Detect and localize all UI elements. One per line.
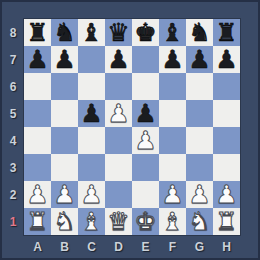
file-label-c: C bbox=[78, 236, 105, 258]
piece-white-pawn[interactable]: ♟ bbox=[53, 181, 75, 208]
square-g7[interactable]: ♟ bbox=[186, 46, 213, 73]
square-h8[interactable]: ♜ bbox=[213, 19, 240, 46]
square-d2[interactable] bbox=[105, 181, 132, 208]
square-b2[interactable]: ♟ bbox=[51, 181, 78, 208]
piece-white-pawn[interactable]: ♟ bbox=[134, 127, 156, 154]
file-label-a: A bbox=[24, 236, 51, 258]
square-a6[interactable] bbox=[24, 73, 51, 100]
chess-board: ♜♞♝♛♚♝♞♜♟♟♟♟♟♟♟♟♟♟♟♟♟♟♟♟♜♞♝♛♚♝♞♜ bbox=[24, 19, 240, 235]
piece-black-king[interactable]: ♚ bbox=[134, 19, 156, 46]
square-c3[interactable] bbox=[78, 154, 105, 181]
square-f7[interactable]: ♟ bbox=[159, 46, 186, 73]
piece-black-rook[interactable]: ♜ bbox=[26, 19, 48, 46]
piece-black-pawn[interactable]: ♟ bbox=[26, 46, 48, 73]
square-h7[interactable]: ♟ bbox=[213, 46, 240, 73]
piece-black-knight[interactable]: ♞ bbox=[53, 19, 75, 46]
piece-white-knight[interactable]: ♞ bbox=[188, 208, 210, 235]
square-g6[interactable] bbox=[186, 73, 213, 100]
rank-label-3: 3 bbox=[2, 154, 24, 181]
rank-label-1: 1 bbox=[2, 208, 24, 235]
file-labels: ABCDEFGH bbox=[24, 236, 240, 258]
square-c8[interactable]: ♝ bbox=[78, 19, 105, 46]
chess-board-frame: 87654321 ♜♞♝♛♚♝♞♜♟♟♟♟♟♟♟♟♟♟♟♟♟♟♟♟♜♞♝♛♚♝♞… bbox=[0, 0, 260, 260]
square-c6[interactable] bbox=[78, 73, 105, 100]
square-b8[interactable]: ♞ bbox=[51, 19, 78, 46]
square-d8[interactable]: ♛ bbox=[105, 19, 132, 46]
square-h5[interactable] bbox=[213, 100, 240, 127]
piece-black-pawn[interactable]: ♟ bbox=[53, 46, 75, 73]
square-e5[interactable]: ♟ bbox=[132, 100, 159, 127]
file-label-b: B bbox=[51, 236, 78, 258]
piece-white-bishop[interactable]: ♝ bbox=[161, 208, 183, 235]
rank-label-5: 5 bbox=[2, 100, 24, 127]
square-e1[interactable]: ♚ bbox=[132, 208, 159, 235]
square-e7[interactable] bbox=[132, 46, 159, 73]
square-f6[interactable] bbox=[159, 73, 186, 100]
square-a7[interactable]: ♟ bbox=[24, 46, 51, 73]
piece-white-bishop[interactable]: ♝ bbox=[80, 208, 102, 235]
square-e3[interactable] bbox=[132, 154, 159, 181]
piece-white-pawn[interactable]: ♟ bbox=[80, 181, 102, 208]
square-e6[interactable] bbox=[132, 73, 159, 100]
square-g5[interactable] bbox=[186, 100, 213, 127]
piece-white-knight[interactable]: ♞ bbox=[53, 208, 75, 235]
square-a5[interactable] bbox=[24, 100, 51, 127]
square-a3[interactable] bbox=[24, 154, 51, 181]
square-g2[interactable]: ♟ bbox=[186, 181, 213, 208]
square-d1[interactable]: ♛ bbox=[105, 208, 132, 235]
square-h4[interactable] bbox=[213, 127, 240, 154]
piece-black-pawn[interactable]: ♟ bbox=[188, 46, 210, 73]
piece-white-pawn[interactable]: ♟ bbox=[26, 181, 48, 208]
square-a8[interactable]: ♜ bbox=[24, 19, 51, 46]
square-g4[interactable] bbox=[186, 127, 213, 154]
square-d4[interactable] bbox=[105, 127, 132, 154]
square-c1[interactable]: ♝ bbox=[78, 208, 105, 235]
piece-black-pawn[interactable]: ♟ bbox=[107, 46, 129, 73]
rank-label-6: 6 bbox=[2, 73, 24, 100]
square-h2[interactable]: ♟ bbox=[213, 181, 240, 208]
square-f4[interactable] bbox=[159, 127, 186, 154]
piece-white-queen[interactable]: ♛ bbox=[107, 208, 129, 235]
square-h1[interactable]: ♜ bbox=[213, 208, 240, 235]
file-label-f: F bbox=[159, 236, 186, 258]
square-f2[interactable]: ♟ bbox=[159, 181, 186, 208]
piece-white-rook[interactable]: ♜ bbox=[215, 208, 237, 235]
piece-white-pawn[interactable]: ♟ bbox=[188, 181, 210, 208]
rank-label-8: 8 bbox=[2, 19, 24, 46]
file-label-h: H bbox=[213, 236, 240, 258]
piece-black-queen[interactable]: ♛ bbox=[107, 19, 129, 46]
file-label-g: G bbox=[186, 236, 213, 258]
square-c2[interactable]: ♟ bbox=[78, 181, 105, 208]
square-g8[interactable]: ♞ bbox=[186, 19, 213, 46]
piece-black-knight[interactable]: ♞ bbox=[188, 19, 210, 46]
piece-black-bishop[interactable]: ♝ bbox=[80, 19, 102, 46]
square-a4[interactable] bbox=[24, 127, 51, 154]
piece-white-pawn[interactable]: ♟ bbox=[107, 100, 129, 127]
square-b3[interactable] bbox=[51, 154, 78, 181]
rank-labels: 87654321 bbox=[2, 19, 24, 235]
square-c7[interactable] bbox=[78, 46, 105, 73]
piece-black-pawn[interactable]: ♟ bbox=[134, 100, 156, 127]
square-c5[interactable]: ♟ bbox=[78, 100, 105, 127]
square-d6[interactable] bbox=[105, 73, 132, 100]
square-f3[interactable] bbox=[159, 154, 186, 181]
square-c4[interactable] bbox=[78, 127, 105, 154]
rank-label-4: 4 bbox=[2, 127, 24, 154]
piece-black-pawn[interactable]: ♟ bbox=[161, 46, 183, 73]
square-h6[interactable] bbox=[213, 73, 240, 100]
square-a1[interactable]: ♜ bbox=[24, 208, 51, 235]
piece-black-pawn[interactable]: ♟ bbox=[215, 46, 237, 73]
square-b6[interactable] bbox=[51, 73, 78, 100]
square-b1[interactable]: ♞ bbox=[51, 208, 78, 235]
square-f5[interactable] bbox=[159, 100, 186, 127]
square-a2[interactable]: ♟ bbox=[24, 181, 51, 208]
piece-white-pawn[interactable]: ♟ bbox=[215, 181, 237, 208]
square-g1[interactable]: ♞ bbox=[186, 208, 213, 235]
square-b4[interactable] bbox=[51, 127, 78, 154]
square-d7[interactable]: ♟ bbox=[105, 46, 132, 73]
square-e8[interactable]: ♚ bbox=[132, 19, 159, 46]
square-h3[interactable] bbox=[213, 154, 240, 181]
piece-black-pawn[interactable]: ♟ bbox=[80, 100, 102, 127]
piece-white-pawn[interactable]: ♟ bbox=[161, 181, 183, 208]
piece-black-rook[interactable]: ♜ bbox=[215, 19, 237, 46]
square-g3[interactable] bbox=[186, 154, 213, 181]
rank-label-7: 7 bbox=[2, 46, 24, 73]
piece-white-king[interactable]: ♚ bbox=[134, 208, 156, 235]
file-label-d: D bbox=[105, 236, 132, 258]
square-d3[interactable] bbox=[105, 154, 132, 181]
piece-black-bishop[interactable]: ♝ bbox=[161, 19, 183, 46]
square-d5[interactable]: ♟ bbox=[105, 100, 132, 127]
square-e2[interactable] bbox=[132, 181, 159, 208]
square-e4[interactable]: ♟ bbox=[132, 127, 159, 154]
square-f8[interactable]: ♝ bbox=[159, 19, 186, 46]
piece-white-rook[interactable]: ♜ bbox=[26, 208, 48, 235]
square-b7[interactable]: ♟ bbox=[51, 46, 78, 73]
rank-label-2: 2 bbox=[2, 181, 24, 208]
square-f1[interactable]: ♝ bbox=[159, 208, 186, 235]
file-label-e: E bbox=[132, 236, 159, 258]
square-b5[interactable] bbox=[51, 100, 78, 127]
